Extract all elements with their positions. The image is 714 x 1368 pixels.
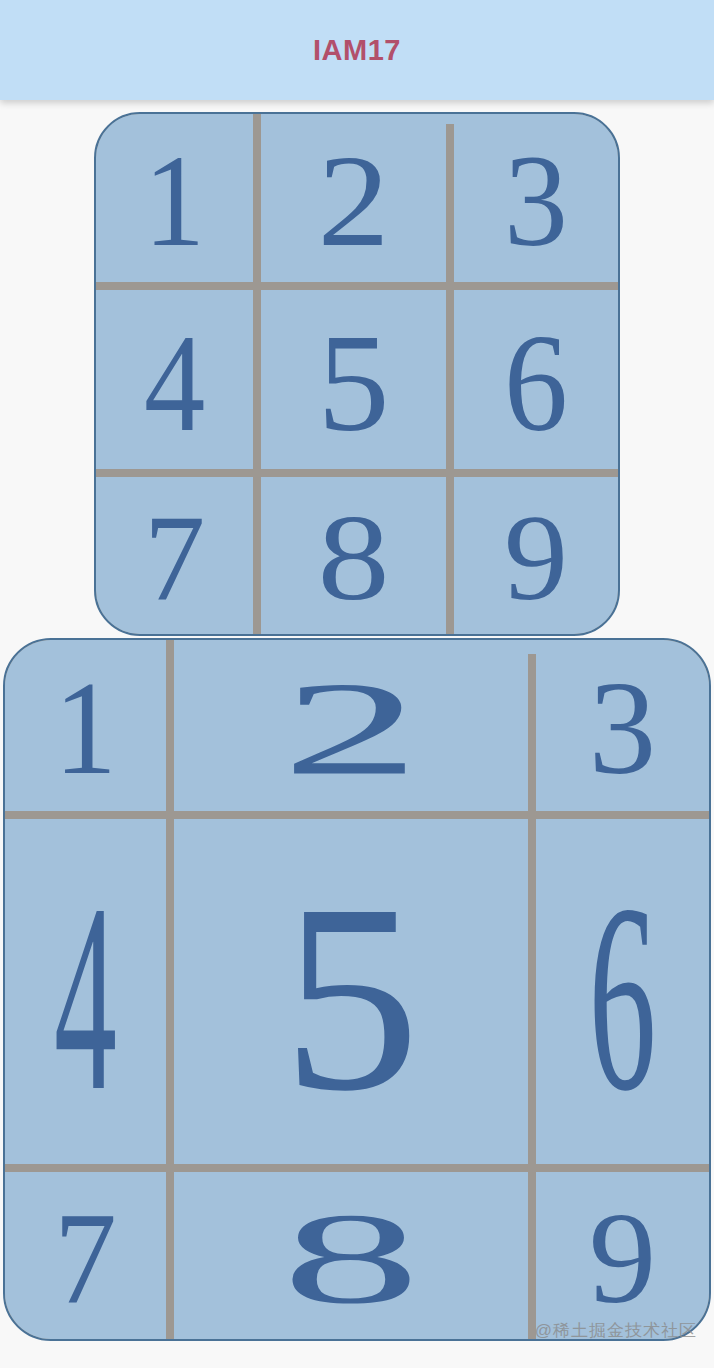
- digit-glyph: 9: [536, 1172, 709, 1339]
- grid1-cell-4: 4: [96, 290, 253, 469]
- digit-text: 3: [504, 129, 568, 274]
- main-content: 1 2 3 4 5 6 7 8 9 1 2: [0, 112, 714, 1341]
- grid1-cell-3: 3: [454, 114, 618, 282]
- grid1-cell-1: 1: [96, 114, 253, 282]
- digit-text: 5: [282, 848, 420, 1146]
- app-header: IAM17: [0, 0, 714, 100]
- grid2-cell-8: 8: [174, 1172, 528, 1339]
- digit-glyph: 2: [261, 114, 446, 282]
- digit-glyph: 5: [261, 290, 446, 469]
- digit-glyph: 8: [174, 1172, 528, 1339]
- grid1-cell-8: 8: [261, 477, 446, 634]
- digit-text: 6: [589, 848, 656, 1146]
- grid-line-notch: [446, 114, 454, 124]
- digit-glyph: 4: [96, 290, 253, 469]
- digit-text: 1: [54, 655, 117, 802]
- digit-glyph: 8: [261, 477, 446, 634]
- large-number-grid: 1 2 3 4 5 6 7 8 9: [3, 638, 711, 1341]
- watermark: @稀土掘金技术社区: [535, 1319, 697, 1342]
- digit-text: 4: [54, 848, 117, 1145]
- digit-text: 9: [504, 490, 568, 626]
- digit-text: 7: [144, 490, 205, 625]
- grid2-cell-4: 4: [5, 819, 166, 1164]
- digit-glyph: 3: [454, 114, 618, 282]
- digit-text: 5: [317, 305, 389, 460]
- digit-text: 8: [317, 491, 389, 626]
- digit-glyph: 5: [174, 819, 528, 1164]
- digit-text: 8: [282, 1186, 420, 1330]
- digit-text: 2: [317, 128, 389, 273]
- digit-text: 9: [589, 1186, 656, 1330]
- digit-glyph: 6: [454, 290, 618, 469]
- grid2-cell-3: 3: [536, 640, 709, 811]
- digit-glyph: 3: [536, 640, 709, 811]
- grid2-cell-5: 5: [174, 819, 528, 1164]
- grid2-cell-2: 2: [174, 640, 528, 811]
- digit-glyph: 7: [5, 1172, 166, 1339]
- digit-text: 3: [589, 654, 656, 802]
- page-title: IAM17: [313, 34, 401, 67]
- digit-glyph: 2: [174, 640, 528, 811]
- digit-text: 7: [54, 1186, 117, 1331]
- grid1-cell-2: 2: [261, 114, 446, 282]
- grid2-cell-7: 7: [5, 1172, 166, 1339]
- grid1-cell-9: 9: [454, 477, 618, 634]
- grid-line-notch: [528, 640, 536, 654]
- digit-glyph: 9: [454, 477, 618, 634]
- small-number-grid: 1 2 3 4 5 6 7 8 9: [94, 112, 620, 636]
- digit-glyph: 1: [5, 640, 166, 811]
- digit-glyph: 6: [536, 819, 709, 1164]
- digit-text: 4: [144, 305, 205, 459]
- grid2-cell-9: 9: [536, 1172, 709, 1339]
- grid1-cell-7: 7: [96, 477, 253, 634]
- digit-glyph: 4: [5, 819, 166, 1164]
- grid1-cell-5: 5: [261, 290, 446, 469]
- grid1-cell-6: 6: [454, 290, 618, 469]
- grid2-cell-6: 6: [536, 819, 709, 1164]
- grid2-cell-1: 1: [5, 640, 166, 811]
- digit-glyph: 1: [96, 114, 253, 282]
- digit-text: 6: [504, 306, 568, 460]
- digit-text: 1: [144, 128, 205, 273]
- digit-text: 2: [282, 655, 420, 803]
- digit-glyph: 7: [96, 477, 253, 634]
